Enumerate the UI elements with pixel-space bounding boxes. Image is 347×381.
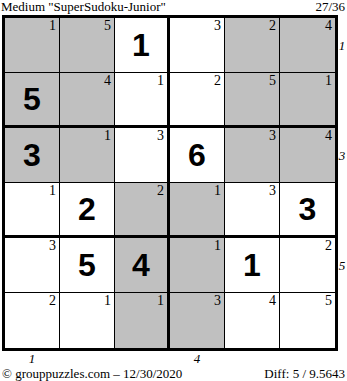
row-label-5: 5 bbox=[337, 259, 347, 273]
cell-r2c4[interactable]: 2 bbox=[170, 73, 225, 128]
corner-mark: 1 bbox=[104, 293, 111, 308]
cell-r4c6[interactable]: 3 bbox=[280, 183, 335, 238]
header: Medium "SuperSudoku-Junior" 27/36 bbox=[0, 0, 347, 15]
corner-mark: 5 bbox=[104, 18, 111, 33]
cell-r4c1[interactable]: 1 bbox=[5, 183, 60, 238]
col-label-1: 1 bbox=[22, 352, 42, 366]
corner-mark: 3 bbox=[269, 183, 276, 198]
corner-mark: 4 bbox=[325, 18, 332, 33]
corner-mark: 3 bbox=[214, 18, 221, 33]
corner-mark: 4 bbox=[104, 73, 111, 88]
big-digit: 3 bbox=[5, 128, 59, 182]
corner-mark: 4 bbox=[269, 293, 276, 308]
corner-mark: 1 bbox=[49, 183, 56, 198]
big-digit: 5 bbox=[60, 238, 114, 292]
corner-mark: 2 bbox=[269, 18, 276, 33]
cell-r3c4[interactable]: 6 bbox=[170, 128, 225, 183]
big-digit: 5 bbox=[5, 73, 59, 125]
corner-mark: 1 bbox=[214, 183, 221, 198]
big-digit: 6 bbox=[170, 128, 224, 182]
cell-r4c4[interactable]: 1 bbox=[170, 183, 225, 238]
progress-counter: 27/36 bbox=[315, 0, 347, 14]
corner-mark: 1 bbox=[214, 238, 221, 253]
cell-r3c1[interactable]: 3 bbox=[5, 128, 60, 183]
cell-r5c5[interactable]: 1 bbox=[225, 238, 280, 293]
puzzle-title: Medium "SuperSudoku-Junior" bbox=[0, 0, 166, 14]
difficulty-text: Diff: 5 / 9.5643 bbox=[264, 367, 347, 381]
corner-mark: 4 bbox=[325, 128, 332, 143]
corner-mark: 5 bbox=[325, 293, 332, 308]
cell-r3c3[interactable]: 3 bbox=[115, 128, 170, 183]
big-digit: 3 bbox=[280, 183, 335, 235]
board: 151324541251313634122133354112211345 bbox=[2, 15, 338, 351]
cell-r6c1[interactable]: 2 bbox=[5, 293, 60, 348]
cell-r1c5[interactable]: 2 bbox=[225, 18, 280, 73]
cell-r5c1[interactable]: 3 bbox=[5, 238, 60, 293]
cell-r3c5[interactable]: 3 bbox=[225, 128, 280, 183]
cell-r1c4[interactable]: 3 bbox=[170, 18, 225, 73]
cell-r3c6[interactable]: 4 bbox=[280, 128, 335, 183]
cell-r6c3[interactable]: 1 bbox=[115, 293, 170, 348]
cell-r4c2[interactable]: 2 bbox=[60, 183, 115, 238]
cell-r4c3[interactable]: 2 bbox=[115, 183, 170, 238]
cell-r6c4[interactable]: 3 bbox=[170, 293, 225, 348]
corner-mark: 2 bbox=[157, 183, 164, 198]
cell-r5c6[interactable]: 2 bbox=[280, 238, 335, 293]
cell-r1c1[interactable]: 1 bbox=[5, 18, 60, 73]
corner-mark: 5 bbox=[269, 73, 276, 88]
big-digit: 4 bbox=[115, 238, 167, 292]
footer: © grouppuzzles.com – 12/30/2020 Diff: 5 … bbox=[0, 366, 347, 381]
cell-r5c3[interactable]: 4 bbox=[115, 238, 170, 293]
cell-r6c6[interactable]: 5 bbox=[280, 293, 335, 348]
row-label-3: 3 bbox=[337, 149, 347, 163]
cell-r6c5[interactable]: 4 bbox=[225, 293, 280, 348]
corner-mark: 3 bbox=[49, 238, 56, 253]
puzzle-page: Medium "SuperSudoku-Junior" 27/36 151324… bbox=[0, 0, 347, 381]
row-label-1: 1 bbox=[337, 39, 347, 53]
cell-r2c1[interactable]: 5 bbox=[5, 73, 60, 128]
cell-r4c5[interactable]: 3 bbox=[225, 183, 280, 238]
cell-r1c3[interactable]: 1 bbox=[115, 18, 170, 73]
cell-r5c4[interactable]: 1 bbox=[170, 238, 225, 293]
cell-r2c6[interactable]: 1 bbox=[280, 73, 335, 128]
corner-mark: 1 bbox=[49, 18, 56, 33]
cell-r1c2[interactable]: 5 bbox=[60, 18, 115, 73]
cell-r2c2[interactable]: 4 bbox=[60, 73, 115, 128]
big-digit: 1 bbox=[115, 18, 167, 72]
corner-mark: 3 bbox=[269, 128, 276, 143]
col-label-4: 4 bbox=[187, 352, 207, 366]
cell-r3c2[interactable]: 1 bbox=[60, 128, 115, 183]
corner-mark: 1 bbox=[157, 293, 164, 308]
corner-mark: 1 bbox=[157, 73, 164, 88]
corner-mark: 3 bbox=[157, 128, 164, 143]
corner-mark: 1 bbox=[325, 73, 332, 88]
corner-mark: 2 bbox=[49, 293, 56, 308]
copyright-text: © grouppuzzles.com – 12/30/2020 bbox=[0, 367, 182, 381]
corner-mark: 1 bbox=[104, 128, 111, 143]
cell-r2c5[interactable]: 5 bbox=[225, 73, 280, 128]
corner-mark: 3 bbox=[214, 293, 221, 308]
cell-r2c3[interactable]: 1 bbox=[115, 73, 170, 128]
corner-mark: 2 bbox=[214, 73, 221, 88]
big-digit: 2 bbox=[60, 183, 114, 235]
corner-mark: 2 bbox=[325, 238, 332, 253]
cell-r6c2[interactable]: 1 bbox=[60, 293, 115, 348]
big-digit: 1 bbox=[225, 238, 279, 292]
cell-r5c2[interactable]: 5 bbox=[60, 238, 115, 293]
cell-r1c6[interactable]: 4 bbox=[280, 18, 335, 73]
